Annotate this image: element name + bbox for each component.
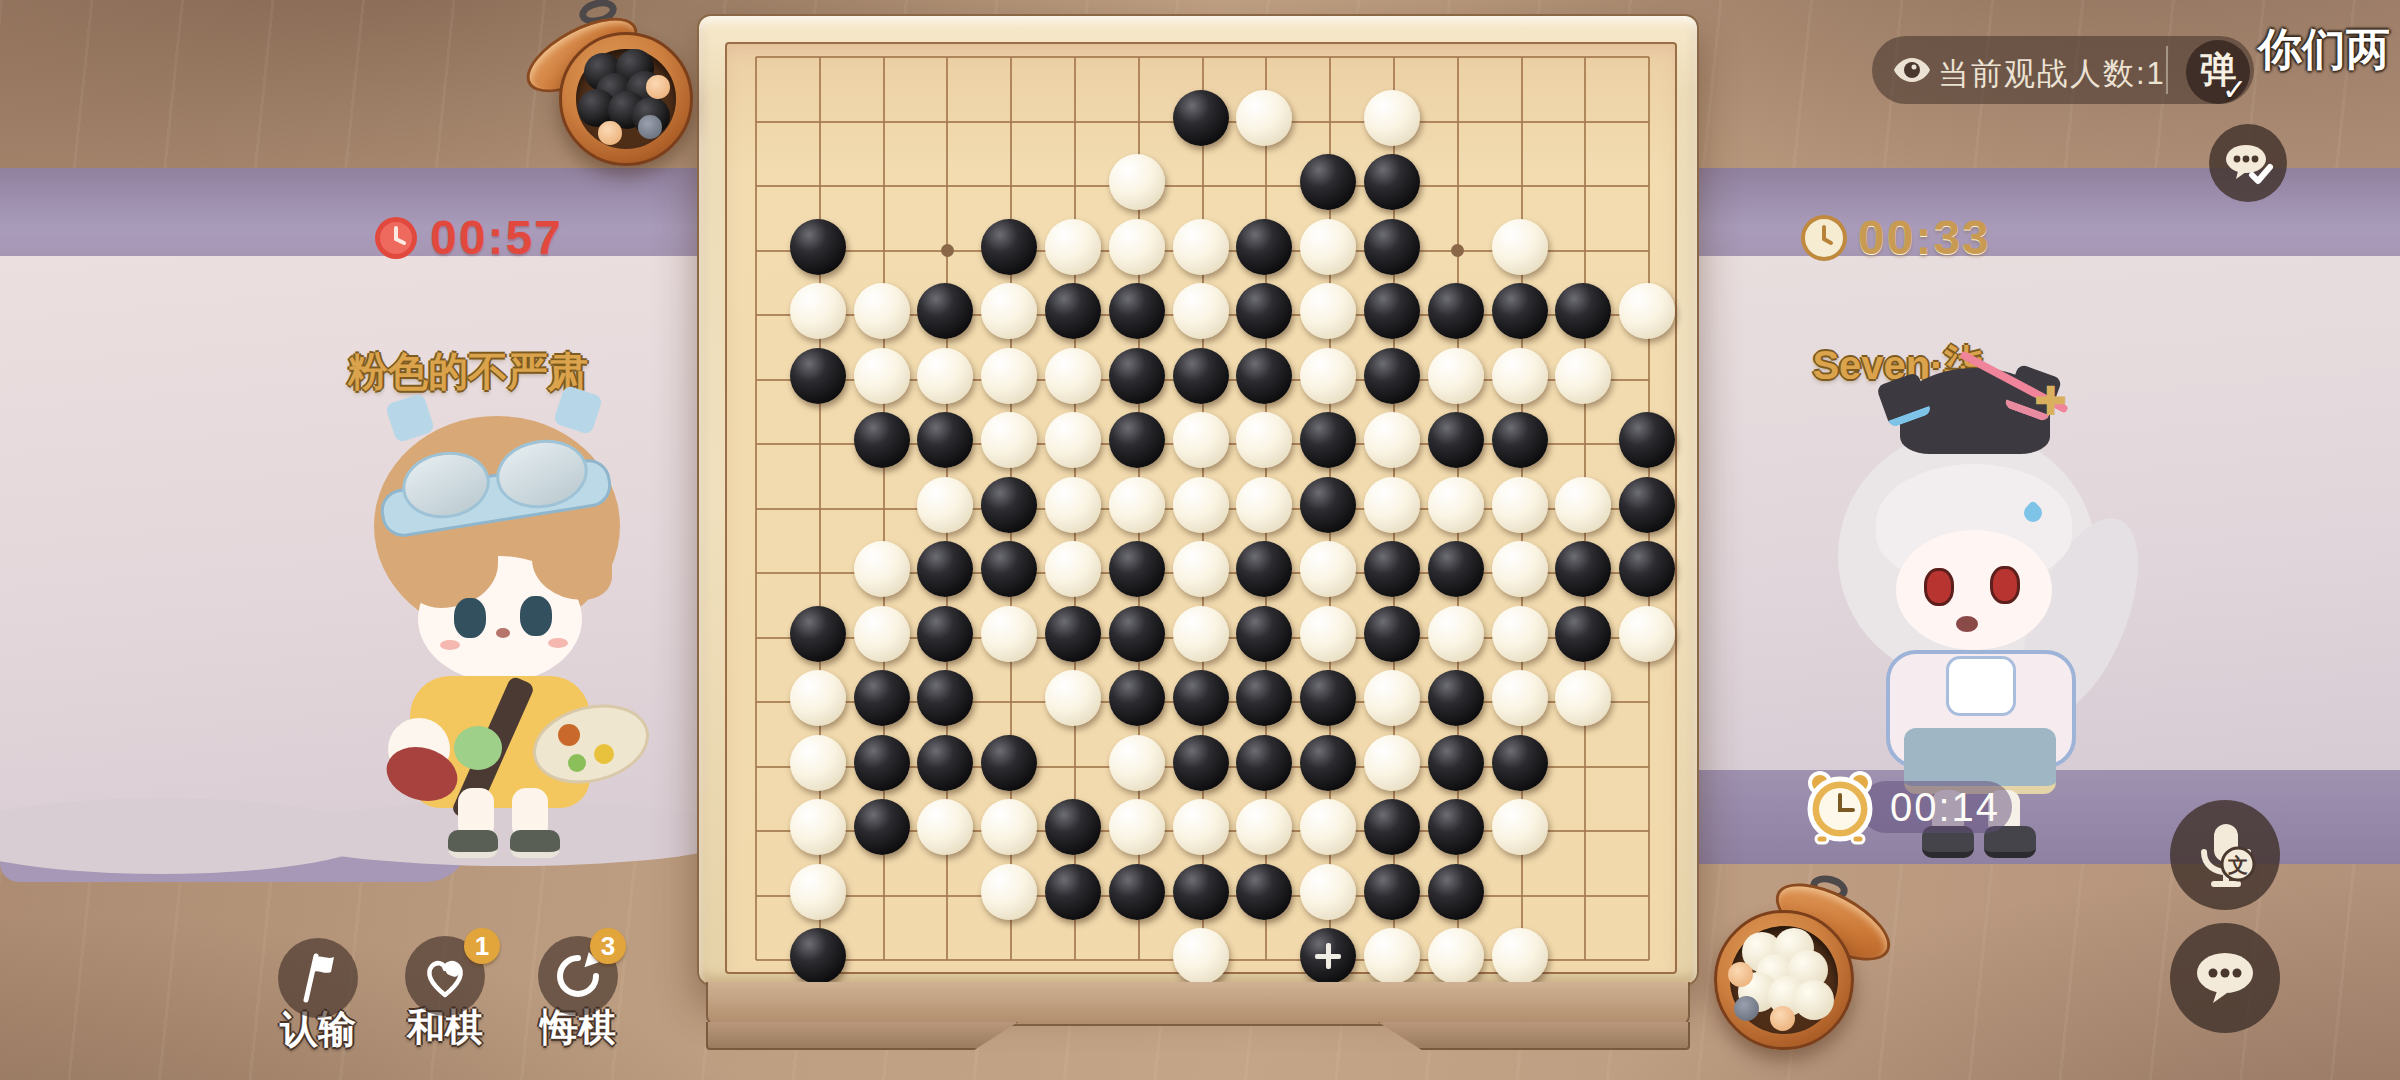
black-stone [1619,412,1675,468]
black-stone [1428,864,1484,920]
black-stone [981,541,1037,597]
white-stone [1173,219,1229,275]
black-stone [1428,541,1484,597]
black-stone [1109,541,1165,597]
black-stone [1045,283,1101,339]
bowl-stone [646,75,670,99]
white-stone [1555,670,1611,726]
white-stone [1109,219,1165,275]
white-stone [1364,928,1420,984]
bowl-stone [1770,1006,1795,1031]
svg-text:文: 文 [2227,854,2248,876]
black-stone [1364,799,1420,855]
black-stone [1300,154,1356,210]
white-stone [854,606,910,662]
white-stone [854,348,910,404]
right-player-avatar: ✚ [1838,372,2138,760]
alarm-clock-icon [1798,765,1882,849]
black-stone [854,799,910,855]
white-stone [1428,348,1484,404]
white-stone [790,670,846,726]
star-point [941,244,954,257]
board-foot-left [706,1022,1018,1050]
black-stone [854,670,910,726]
board-grid[interactable] [725,42,1677,974]
black-stone [1364,219,1420,275]
black-stone [790,928,846,984]
white-stone [1619,606,1675,662]
black-stone [854,735,910,791]
white-stone [917,477,973,533]
white-stone [1492,799,1548,855]
palette-paint-yellow [594,744,614,764]
black-stone [1109,606,1165,662]
left-player-avatar [362,388,642,760]
board-foot-right [1378,1022,1690,1050]
white-stone [981,799,1037,855]
white-stone [1492,219,1548,275]
white-stone [1236,477,1292,533]
white-stone [790,735,846,791]
white-stone [1492,606,1548,662]
white-stone [1364,90,1420,146]
white-stone-bowl [1706,874,1891,1069]
white-stone [1364,670,1420,726]
left-player-timer: 00:57 [372,210,563,265]
white-stone [1364,735,1420,791]
microphone-icon: 文 [2190,818,2260,892]
avatar-eye-right [520,596,552,636]
black-stone [1364,606,1420,662]
avatar2-eye-l [1924,568,1954,606]
white-stone [1300,606,1356,662]
black-stone [1492,283,1548,339]
bowl-stones-white [1730,926,1838,1034]
bowl-stones-black [576,49,676,149]
white-stone [1236,90,1292,146]
chat-button[interactable] [2170,923,2280,1033]
black-stone [1364,283,1420,339]
gold-clock-icon [1800,214,1848,262]
black-stone [917,412,973,468]
bowl-stone [1794,980,1834,1020]
black-stone [1109,348,1165,404]
black-stone [1300,477,1356,533]
chat-bubble-icon [2193,949,2257,1007]
chat-check-icon [2222,139,2274,187]
black-stone [1300,670,1356,726]
black-stone [1236,864,1292,920]
white-stone [1045,348,1101,404]
white-stone [981,283,1037,339]
white-stone [854,541,910,597]
black-stone [1555,283,1611,339]
white-stone [790,799,846,855]
white-stone [1300,799,1356,855]
black-stone [1236,541,1292,597]
avatar-blush-r [548,638,568,648]
white-stone [1045,219,1101,275]
black-stone-last-move [1300,928,1356,984]
black-stone [917,670,973,726]
black-stone-bowl [523,2,698,187]
black-stone [790,219,846,275]
black-stone [1109,864,1165,920]
black-stone [1300,735,1356,791]
white-stone [1045,412,1101,468]
undo-badge: 3 [590,928,626,964]
black-stone [1045,864,1101,920]
black-stone [1109,283,1165,339]
black-stone [917,606,973,662]
white-stone [1364,477,1420,533]
avatar-blush-l [440,640,460,650]
flag-icon [278,938,358,1018]
black-stone [1492,735,1548,791]
black-stone [1364,154,1420,210]
white-stone [1173,477,1229,533]
go-board[interactable] [697,14,1699,986]
black-stone [1236,219,1292,275]
red-clock-icon [372,214,420,262]
black-stone [981,477,1037,533]
avatar2-eye-r [1990,566,2020,604]
avatar2-mouth [1956,616,1978,632]
bowl-stone [638,115,662,139]
last-move-marker [1326,943,1331,969]
white-stone [981,412,1037,468]
white-stone [1045,541,1101,597]
white-stone [790,283,846,339]
white-stone [1173,928,1229,984]
black-stone [1236,348,1292,404]
right-player-timer: 00:33 [1800,210,1991,265]
black-stone [1045,799,1101,855]
bowl-stone [598,121,622,145]
white-stone [1300,864,1356,920]
go-game-screen: 00:57 粉色的不严肃 00:33 S [0,0,2400,1080]
eye-icon [1892,53,1932,87]
gold-cross-pin: ✚ [2034,378,2068,424]
black-stone [1492,412,1548,468]
black-stone [1173,348,1229,404]
move-countdown-value: 00:14 [1890,785,2000,830]
black-stone [1428,735,1484,791]
black-stone [981,735,1037,791]
avatar2-shirt [1946,656,2016,716]
black-stone [1236,283,1292,339]
black-stone [1364,864,1420,920]
avatar-shoe-r [510,830,560,858]
white-stone [981,606,1037,662]
frog-charm [454,726,502,770]
black-stone [790,348,846,404]
black-stone [1173,670,1229,726]
resign-button[interactable]: 认输 [253,938,383,1055]
white-stone [790,864,846,920]
white-stone [1300,219,1356,275]
pill-divider [2166,46,2168,94]
black-stone [1173,90,1229,146]
black-stone [1300,412,1356,468]
white-stone [1619,283,1675,339]
white-stone [1173,799,1229,855]
white-stone [1492,670,1548,726]
chat-quick-toggle-button[interactable] [2209,124,2287,202]
move-countdown: 00:14 [1798,765,2018,845]
white-stone [1109,477,1165,533]
white-stone [1428,928,1484,984]
white-stone [1428,477,1484,533]
white-stone [1109,154,1165,210]
cat-ear-right [553,385,603,435]
white-stone [1300,283,1356,339]
palette-paint-green [568,754,586,772]
black-stone [1428,283,1484,339]
white-stone [1428,606,1484,662]
white-stone [1173,541,1229,597]
black-stone [1428,799,1484,855]
white-stone [981,864,1037,920]
white-stone [1045,670,1101,726]
avatar-eye-left [454,598,486,638]
white-stone [917,348,973,404]
white-stone [1236,412,1292,468]
white-stone [1492,541,1548,597]
white-stone [1300,541,1356,597]
white-stone [854,283,910,339]
black-stone [917,735,973,791]
danmaku-check-icon: ✓ [2222,72,2247,107]
avatar-shoe-l [448,830,498,858]
white-stone [1492,348,1548,404]
black-stone [1428,670,1484,726]
star-point [1451,244,1464,257]
white-stone [1173,606,1229,662]
white-stone [1492,928,1548,984]
white-stone [1555,348,1611,404]
white-stone [1109,799,1165,855]
black-stone [790,606,846,662]
black-stone [981,219,1037,275]
black-stone [1236,670,1292,726]
black-stone [1428,412,1484,468]
black-stone [1236,606,1292,662]
white-stone [917,799,973,855]
white-stone [981,348,1037,404]
white-stone [1300,348,1356,404]
black-stone [1619,477,1675,533]
black-stone [917,541,973,597]
black-stone [917,283,973,339]
white-stone [1236,799,1292,855]
white-stone [1492,477,1548,533]
white-stone [1109,735,1165,791]
black-stone [1555,541,1611,597]
palette-paint-orange [558,724,580,746]
black-stone [1045,606,1101,662]
voice-mic-button[interactable]: 文 [2170,800,2280,910]
black-stone [1109,670,1165,726]
black-stone [1109,412,1165,468]
avatar-nose [496,628,510,638]
black-stone [1173,735,1229,791]
white-stone [1173,412,1229,468]
black-stone [1236,735,1292,791]
black-stone [1555,606,1611,662]
white-stone [1045,477,1101,533]
white-stone [1173,283,1229,339]
bowl-stone [1734,996,1759,1021]
black-stone [1364,348,1420,404]
draw-badge: 1 [464,928,500,964]
white-stone [1364,412,1420,468]
black-stone [1619,541,1675,597]
avatar2-face [1896,530,2052,650]
danmaku-message: 你们两 [2258,20,2390,79]
white-stone [1555,477,1611,533]
bowl-stone [1728,962,1753,987]
black-stone [1364,541,1420,597]
black-stone [854,412,910,468]
board-base [706,982,1690,1026]
spectator-count: 当前观战人数:1 [1938,53,2166,95]
black-stone [1173,864,1229,920]
